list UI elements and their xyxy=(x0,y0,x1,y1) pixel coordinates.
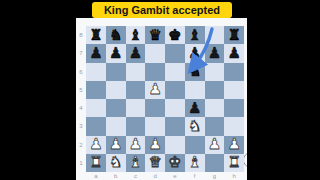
white-pawn-a2[interactable]: ♟ xyxy=(89,137,102,152)
rank-label-1: 1 xyxy=(76,154,86,172)
white-king-e1[interactable]: ♚ xyxy=(168,155,181,170)
square-c3[interactable] xyxy=(126,117,146,135)
black-bishop-c8[interactable]: ♝ xyxy=(129,27,142,42)
white-bishop-f1[interactable]: ♝ xyxy=(188,155,201,170)
square-g4[interactable] xyxy=(205,99,225,117)
black-pawn-c7[interactable]: ♟ xyxy=(129,45,142,60)
square-g1[interactable] xyxy=(205,154,225,172)
black-rook-a8[interactable]: ♜ xyxy=(89,27,102,42)
white-pawn-c2[interactable]: ♟ xyxy=(129,137,142,152)
square-c4[interactable] xyxy=(126,99,146,117)
square-f6[interactable]: ♞ xyxy=(185,63,205,81)
square-e2[interactable] xyxy=(165,136,185,154)
square-h8[interactable]: ♜ xyxy=(224,26,244,44)
square-f5[interactable] xyxy=(185,81,205,99)
black-king-e8[interactable]: ♚ xyxy=(168,27,181,42)
white-pawn-h2[interactable]: ♟ xyxy=(227,137,240,152)
file-label-d: d xyxy=(145,172,165,180)
rank-label-4: 4 xyxy=(76,99,86,117)
black-queen-d8[interactable]: ♛ xyxy=(148,27,161,42)
square-a3[interactable] xyxy=(86,117,106,135)
square-e5[interactable] xyxy=(165,81,185,99)
white-pawn-d2[interactable]: ♟ xyxy=(148,137,161,152)
file-label-h: h xyxy=(224,172,244,180)
square-h4[interactable] xyxy=(224,99,244,117)
square-d8[interactable]: ♛ xyxy=(145,26,165,44)
square-h5[interactable] xyxy=(224,81,244,99)
rank-label-8: 8 xyxy=(76,26,86,44)
rank-label-5: 5 xyxy=(76,81,86,99)
square-d4[interactable] xyxy=(145,99,165,117)
square-c2[interactable]: ♟ xyxy=(126,136,146,154)
square-a6[interactable] xyxy=(86,63,106,81)
square-e8[interactable]: ♚ xyxy=(165,26,185,44)
square-h1[interactable]: ♜ xyxy=(224,154,244,172)
square-e3[interactable] xyxy=(165,117,185,135)
square-a2[interactable]: ♟ xyxy=(86,136,106,154)
rank-labels: 87654321 xyxy=(76,26,86,172)
square-a4[interactable] xyxy=(86,99,106,117)
square-e4[interactable] xyxy=(165,99,185,117)
rank-label-6: 6 xyxy=(76,63,86,81)
square-e6[interactable] xyxy=(165,63,185,81)
square-c8[interactable]: ♝ xyxy=(126,26,146,44)
square-h3[interactable] xyxy=(224,117,244,135)
file-label-g: g xyxy=(205,172,225,180)
file-label-f: f xyxy=(185,172,205,180)
title-banner: King Gambit accepted xyxy=(92,2,232,18)
square-a5[interactable] xyxy=(86,81,106,99)
white-rook-a1[interactable]: ♜ xyxy=(89,155,102,170)
black-knight-f6[interactable]: ♞ xyxy=(188,64,201,79)
file-label-b: b xyxy=(106,172,126,180)
rank-label-3: 3 xyxy=(76,117,86,135)
square-a1[interactable]: ♜ xyxy=(86,154,106,172)
square-a8[interactable]: ♜ xyxy=(86,26,106,44)
square-f7[interactable]: ♟ xyxy=(185,44,205,62)
square-c1[interactable]: ♝ xyxy=(126,154,146,172)
rank-label-2: 2 xyxy=(76,136,86,154)
square-g3[interactable] xyxy=(205,117,225,135)
square-f3[interactable]: ♞ xyxy=(185,117,205,135)
rank-label-7: 7 xyxy=(76,44,86,62)
file-labels: abcdefgh xyxy=(86,172,244,180)
square-f1[interactable]: ♝ xyxy=(185,154,205,172)
square-b8[interactable]: ♞ xyxy=(106,26,126,44)
square-c6[interactable] xyxy=(126,63,146,81)
square-c7[interactable]: ♟ xyxy=(126,44,146,62)
square-g7[interactable]: ♟ xyxy=(205,44,225,62)
white-bishop-c1[interactable]: ♝ xyxy=(129,155,142,170)
white-knight-f3[interactable]: ♞ xyxy=(188,118,201,133)
square-b2[interactable]: ♟ xyxy=(106,136,126,154)
white-queen-d1[interactable]: ♛ xyxy=(148,155,161,170)
page-title: King Gambit accepted xyxy=(104,4,220,16)
square-d1[interactable]: ♛ xyxy=(145,154,165,172)
file-label-e: e xyxy=(165,172,185,180)
square-a7[interactable]: ♟ xyxy=(86,44,106,62)
square-b7[interactable]: ♟ xyxy=(106,44,126,62)
white-pawn-b2[interactable]: ♟ xyxy=(109,137,122,152)
square-f4[interactable]: ♟ xyxy=(185,99,205,117)
square-e1[interactable]: ♚ xyxy=(165,154,185,172)
black-pawn-f7[interactable]: ♟ xyxy=(188,45,201,60)
square-d2[interactable]: ♟ xyxy=(145,136,165,154)
square-g8[interactable] xyxy=(205,26,225,44)
square-g6[interactable] xyxy=(205,63,225,81)
white-knight-b1[interactable]: ♞ xyxy=(109,155,122,170)
square-e7[interactable] xyxy=(165,44,185,62)
file-label-a: a xyxy=(86,172,106,180)
square-d6[interactable] xyxy=(145,63,165,81)
square-f2[interactable] xyxy=(185,136,205,154)
square-b6[interactable] xyxy=(106,63,126,81)
file-label-c: c xyxy=(126,172,146,180)
black-knight-b8[interactable]: ♞ xyxy=(109,27,122,42)
square-b5[interactable] xyxy=(106,81,126,99)
square-g5[interactable] xyxy=(205,81,225,99)
square-d7[interactable] xyxy=(145,44,165,62)
square-g2[interactable]: ♟ xyxy=(205,136,225,154)
square-d5[interactable]: ♟ xyxy=(145,81,165,99)
black-pawn-a7[interactable]: ♟ xyxy=(89,45,102,60)
black-pawn-b7[interactable]: ♟ xyxy=(109,45,122,60)
square-b3[interactable] xyxy=(106,117,126,135)
square-h6[interactable] xyxy=(224,63,244,81)
square-f8[interactable]: ♝ xyxy=(185,26,205,44)
chess-board: ♜♞♝♛♚♝♜♟♟♟♟♟♟♞♟♟♞♟♟♟♟♟♟♜♞♝♛♚♝♜ xyxy=(86,26,244,172)
video-frame: { "game": "chess", "title": { "text": "K… xyxy=(0,0,320,180)
square-d3[interactable] xyxy=(145,117,165,135)
square-c5[interactable] xyxy=(126,81,146,99)
black-bishop-f8[interactable]: ♝ xyxy=(188,27,201,42)
white-rook-h1[interactable]: ♜ xyxy=(227,155,240,170)
square-b1[interactable]: ♞ xyxy=(106,154,126,172)
black-pawn-f4[interactable]: ♟ xyxy=(188,100,201,115)
square-h2[interactable]: ♟ xyxy=(224,136,244,154)
white-pawn-g2[interactable]: ♟ xyxy=(208,137,221,152)
black-pawn-h7[interactable]: ♟ xyxy=(227,45,240,60)
square-h7[interactable]: ♟ xyxy=(224,44,244,62)
square-b4[interactable] xyxy=(106,99,126,117)
white-pawn-d5[interactable]: ♟ xyxy=(148,82,161,97)
black-rook-h8[interactable]: ♜ xyxy=(227,27,240,42)
black-pawn-g7[interactable]: ♟ xyxy=(208,45,221,60)
